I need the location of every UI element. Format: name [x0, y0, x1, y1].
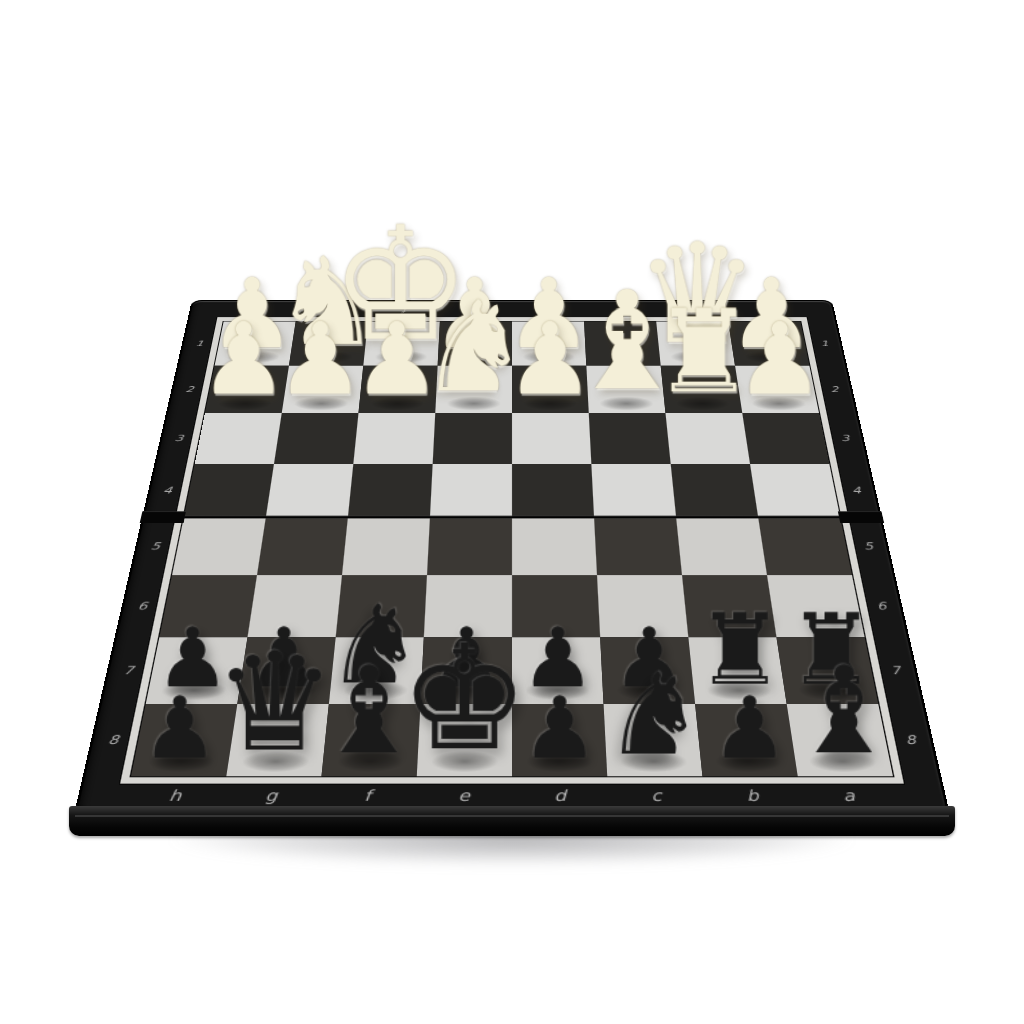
- piece-black-bishop-a8[interactable]: ♝: [790, 651, 898, 771]
- square-c4[interactable]: [591, 464, 676, 518]
- piece-anchor: ♝: [783, 681, 892, 771]
- square-f3[interactable]: [353, 413, 435, 463]
- square-d3[interactable]: [512, 413, 591, 463]
- square-h5[interactable]: [172, 517, 266, 575]
- piece-anchor: ♜: [658, 341, 742, 410]
- square-h3[interactable]: [195, 413, 282, 463]
- product-photo-stage: ♟♞♚♟♟♛♟♟♟♟♞♟♝♜♟♟♟♞♟♟♟♜♜♟♛♝♚♟♞♟♝ hgfedcba…: [0, 0, 1024, 1024]
- square-f5[interactable]: [342, 517, 430, 575]
- square-a8[interactable]: ♝: [787, 704, 893, 776]
- piece-black-pawn-b8[interactable]: ♟: [711, 685, 788, 771]
- square-g4[interactable]: [266, 464, 354, 518]
- piece-black-pawn-d8[interactable]: ♟: [521, 685, 598, 771]
- piece-white-pawn-a2[interactable]: ♟: [736, 310, 825, 409]
- square-a4[interactable]: [750, 464, 840, 518]
- board-perspective-wrapper: ♟♞♚♟♟♛♟♟♟♟♞♟♝♜♟♟♟♞♟♟♟♜♜♟♛♝♚♟♞♟♝ hgfedcba…: [192, 300, 832, 940]
- square-h4[interactable]: [184, 464, 274, 518]
- square-d4[interactable]: [512, 464, 594, 518]
- square-e8[interactable]: ♚: [417, 704, 512, 776]
- square-c8[interactable]: ♞: [604, 704, 703, 776]
- square-f4[interactable]: [348, 464, 433, 518]
- rank-label-right-4: 4: [832, 464, 882, 518]
- chess-board: ♟♞♚♟♟♛♟♟♟♟♞♟♝♜♟♟♟♞♟♟♟♜♜♟♛♝♚♟♞♟♝ hgfedcba…: [74, 300, 950, 815]
- square-b8[interactable]: ♟: [695, 704, 798, 776]
- square-g5[interactable]: [257, 517, 348, 575]
- square-e2[interactable]: ♞: [435, 366, 512, 413]
- square-g3[interactable]: [274, 413, 358, 463]
- piece-anchor: ♚: [417, 664, 512, 771]
- square-a5[interactable]: [758, 517, 852, 575]
- square-d8[interactable]: ♟: [512, 704, 607, 776]
- square-e4[interactable]: [430, 464, 512, 518]
- square-c3[interactable]: [589, 413, 671, 463]
- square-e5[interactable]: [427, 517, 512, 575]
- rank-label-right-3: 3: [821, 413, 869, 463]
- piece-anchor: ♞: [603, 686, 702, 771]
- square-c5[interactable]: [594, 517, 682, 575]
- board-squares-grid: ♟♞♚♟♟♛♟♟♟♟♞♟♝♜♟♟♟♞♟♟♟♜♜♟♛♝♚♟♞♟♝: [131, 321, 893, 776]
- piece-anchor: ♟: [695, 706, 797, 771]
- board-front-face: [69, 806, 955, 836]
- square-a3[interactable]: [742, 413, 829, 463]
- piece-black-pawn-h8[interactable]: ♟: [141, 685, 218, 771]
- square-g8[interactable]: ♛: [226, 704, 329, 776]
- square-b3[interactable]: [666, 413, 750, 463]
- piece-anchor: ♟: [733, 349, 819, 409]
- square-g2[interactable]: ♟: [282, 366, 364, 413]
- piece-black-knight-c8[interactable]: ♞: [604, 657, 706, 771]
- piece-anchor: ♟: [512, 706, 607, 771]
- square-b4[interactable]: [671, 464, 759, 518]
- square-b2[interactable]: ♜: [661, 366, 743, 413]
- square-a2[interactable]: ♟: [735, 366, 819, 413]
- fold-seam: [142, 515, 882, 519]
- piece-black-king-e8[interactable]: ♚: [400, 626, 530, 770]
- piece-anchor: ♞: [435, 334, 512, 409]
- square-b5[interactable]: [676, 517, 767, 575]
- square-e3[interactable]: [433, 413, 512, 463]
- board-front-ridge: [75, 815, 949, 817]
- square-d5[interactable]: [512, 517, 597, 575]
